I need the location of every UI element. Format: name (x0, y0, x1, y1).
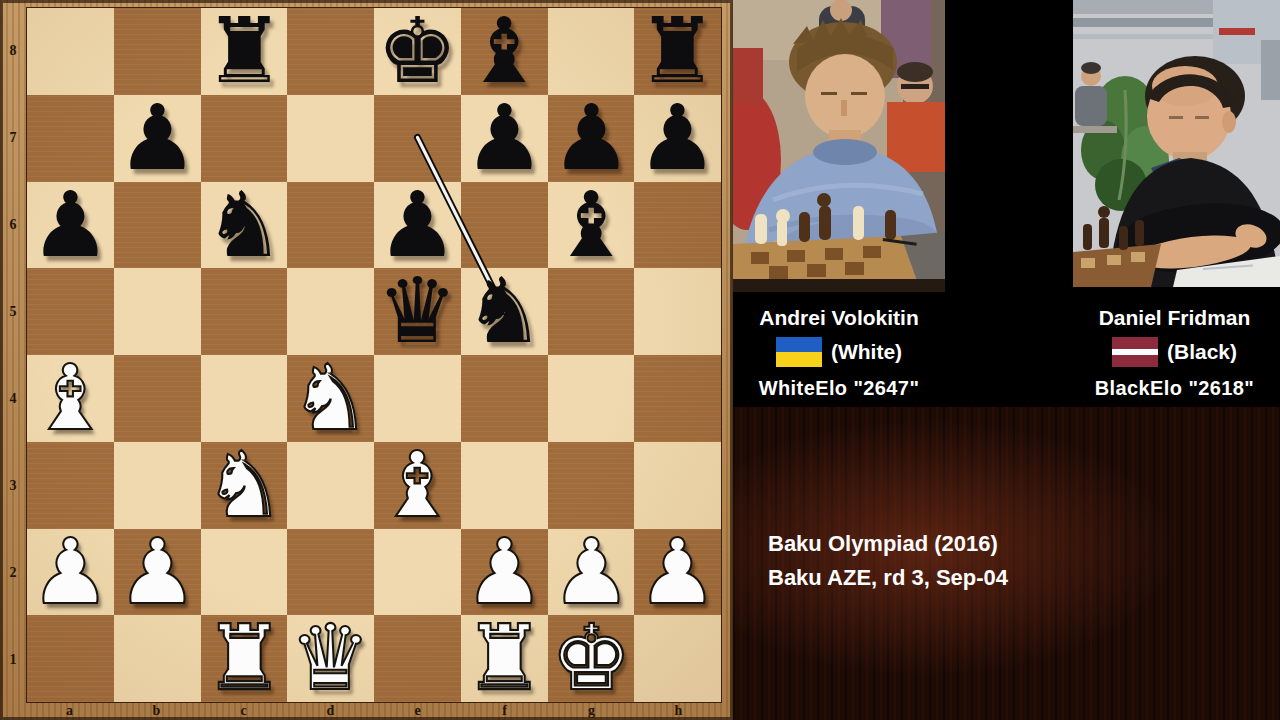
square-e8[interactable]: ♚ (374, 8, 461, 95)
square-b8[interactable] (114, 8, 201, 95)
square-c3[interactable]: ♞ (201, 442, 288, 529)
square-e7[interactable] (374, 95, 461, 182)
latvia-flag (1112, 337, 1158, 367)
black-pawn[interactable]: ♟ (107, 88, 208, 189)
rank-label-1: 1 (0, 616, 26, 703)
white-player-info: Andrei Volokitin (White) WhiteElo "2647" (733, 306, 945, 400)
square-b7[interactable]: ♟ (114, 95, 201, 182)
square-h7[interactable]: ♟ (634, 95, 721, 182)
square-a8[interactable] (27, 8, 114, 95)
square-b2[interactable]: ♟ (114, 529, 201, 616)
square-c7[interactable] (201, 95, 288, 182)
square-g7[interactable]: ♟ (548, 95, 635, 182)
square-g3[interactable] (548, 442, 635, 529)
square-h8[interactable]: ♜ (634, 8, 721, 95)
black-knight[interactable]: ♞ (194, 175, 295, 276)
square-e2[interactable] (374, 529, 461, 616)
square-e4[interactable] (374, 355, 461, 442)
square-d7[interactable] (287, 95, 374, 182)
square-g1[interactable]: ♚ (548, 615, 635, 702)
square-g6[interactable]: ♝ (548, 182, 635, 269)
square-a1[interactable] (27, 615, 114, 702)
square-h4[interactable] (634, 355, 721, 442)
square-d4[interactable]: ♞ (287, 355, 374, 442)
square-d8[interactable] (287, 8, 374, 95)
black-knight[interactable]: ♞ (454, 261, 555, 362)
white-bishop[interactable]: ♝ (20, 348, 121, 449)
square-h6[interactable] (634, 182, 721, 269)
white-player-name: Andrei Volokitin (733, 306, 945, 330)
square-d1[interactable]: ♛ (287, 615, 374, 702)
square-c5[interactable] (201, 268, 288, 355)
file-label-h: h (635, 701, 722, 720)
white-elo: WhiteElo "2647" (733, 377, 945, 400)
square-b5[interactable] (114, 268, 201, 355)
square-g8[interactable] (548, 8, 635, 95)
square-d2[interactable] (287, 529, 374, 616)
file-label-b: b (113, 701, 200, 720)
white-player-photo (733, 0, 945, 292)
square-d5[interactable] (287, 268, 374, 355)
square-c8[interactable]: ♜ (201, 8, 288, 95)
square-f3[interactable] (461, 442, 548, 529)
square-a6[interactable]: ♟ (27, 182, 114, 269)
white-knight[interactable]: ♞ (280, 348, 381, 449)
event-line2: Baku AZE, rd 3, Sep-04 (768, 561, 1008, 595)
white-side-label: (White) (831, 340, 902, 364)
black-bishop[interactable]: ♝ (541, 175, 642, 276)
square-a2[interactable]: ♟ (27, 529, 114, 616)
square-a7[interactable] (27, 95, 114, 182)
rank-label-5: 5 (0, 268, 26, 355)
square-a4[interactable]: ♝ (27, 355, 114, 442)
black-pawn[interactable]: ♟ (20, 175, 121, 276)
square-b6[interactable] (114, 182, 201, 269)
square-g4[interactable] (548, 355, 635, 442)
square-b4[interactable] (114, 355, 201, 442)
black-player-info: Daniel Fridman (Black) BlackElo "2618" (1069, 306, 1280, 400)
white-king[interactable]: ♚ (541, 608, 642, 709)
square-h1[interactable] (634, 615, 721, 702)
black-king[interactable]: ♚ (367, 1, 468, 102)
square-c6[interactable]: ♞ (201, 182, 288, 269)
square-e1[interactable] (374, 615, 461, 702)
info-panel: Andrei Volokitin (White) WhiteElo "2647"… (733, 0, 1280, 720)
white-pawn[interactable]: ♟ (627, 522, 728, 623)
square-d3[interactable] (287, 442, 374, 529)
square-f4[interactable] (461, 355, 548, 442)
white-pawn[interactable]: ♟ (107, 522, 208, 623)
black-rook[interactable]: ♜ (194, 1, 295, 102)
square-g2[interactable]: ♟ (548, 529, 635, 616)
white-bishop[interactable]: ♝ (367, 435, 468, 536)
white-rook[interactable]: ♜ (454, 608, 555, 709)
rank-label-3: 3 (0, 442, 26, 529)
square-h2[interactable]: ♟ (634, 529, 721, 616)
square-f8[interactable]: ♝ (461, 8, 548, 95)
white-pawn[interactable]: ♟ (20, 522, 121, 623)
black-elo: BlackElo "2618" (1069, 377, 1280, 400)
square-f6[interactable] (461, 182, 548, 269)
screen: 87654321 abcdefgh ♜♚♝♜♟♟♟♟♟♞♟♝♛♞♝♞♞♝♟♟♟♟… (0, 0, 1280, 720)
square-f1[interactable]: ♜ (461, 615, 548, 702)
square-c4[interactable] (201, 355, 288, 442)
black-pawn[interactable]: ♟ (627, 88, 728, 189)
square-c2[interactable] (201, 529, 288, 616)
file-label-e: e (374, 701, 461, 720)
square-e6[interactable]: ♟ (374, 182, 461, 269)
square-f2[interactable]: ♟ (461, 529, 548, 616)
white-queen[interactable]: ♛ (280, 608, 381, 709)
square-e5[interactable]: ♛ (374, 268, 461, 355)
rank-label-8: 8 (0, 7, 26, 94)
event-line1: Baku Olympiad (2016) (768, 527, 1008, 561)
square-f5[interactable]: ♞ (461, 268, 548, 355)
square-c1[interactable]: ♜ (201, 615, 288, 702)
square-f7[interactable]: ♟ (461, 95, 548, 182)
black-player-name: Daniel Fridman (1069, 306, 1280, 330)
black-pawn[interactable]: ♟ (454, 88, 555, 189)
black-side-label: (Black) (1167, 340, 1237, 364)
ukraine-flag (776, 337, 822, 367)
board-squares: ♜♚♝♜♟♟♟♟♟♞♟♝♛♞♝♞♞♝♟♟♟♟♟♜♛♜♚ (26, 7, 722, 703)
event-info: Baku Olympiad (2016) Baku AZE, rd 3, Sep… (768, 527, 1008, 595)
square-a5[interactable] (27, 268, 114, 355)
black-player-photo (1073, 0, 1280, 287)
square-d6[interactable] (287, 182, 374, 269)
square-a3[interactable] (27, 442, 114, 529)
file-label-a: a (26, 701, 113, 720)
white-knight[interactable]: ♞ (194, 435, 295, 536)
square-g5[interactable] (548, 268, 635, 355)
square-e3[interactable]: ♝ (374, 442, 461, 529)
rank-label-7: 7 (0, 94, 26, 181)
chess-board: 87654321 abcdefgh ♜♚♝♜♟♟♟♟♟♞♟♝♛♞♝♞♞♝♟♟♟♟… (0, 0, 733, 720)
square-b1[interactable] (114, 615, 201, 702)
square-h3[interactable] (634, 442, 721, 529)
square-b3[interactable] (114, 442, 201, 529)
square-h5[interactable] (634, 268, 721, 355)
black-queen[interactable]: ♛ (367, 261, 468, 362)
